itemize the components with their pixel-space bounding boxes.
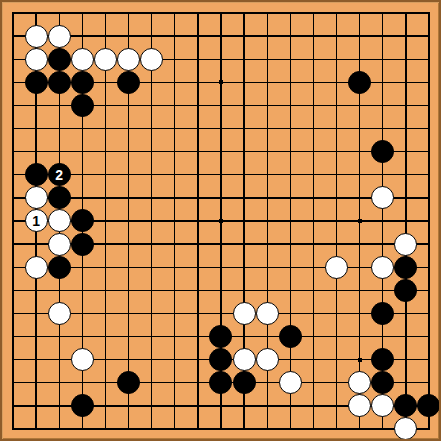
black-stone (394, 256, 417, 279)
white-stone (348, 394, 371, 417)
white-stone (394, 417, 417, 440)
black-stone (117, 71, 140, 94)
star-point (219, 80, 223, 84)
white-stone (25, 256, 48, 279)
white-stone (71, 348, 94, 371)
white-stone (325, 256, 348, 279)
black-stone (209, 325, 232, 348)
black-stone (417, 394, 440, 417)
black-stone (48, 186, 71, 209)
black-stone (348, 71, 371, 94)
black-stone (48, 71, 71, 94)
black-stone (71, 94, 94, 117)
move-number-label: 2 (55, 168, 63, 182)
black-stone (71, 209, 94, 232)
star-point (219, 219, 223, 223)
black-stone (279, 325, 302, 348)
black-stone (71, 394, 94, 417)
white-stone (117, 48, 140, 71)
grid-line-vertical (290, 12, 291, 429)
black-stone (25, 163, 48, 186)
grid-line-vertical (428, 12, 429, 429)
white-stone (48, 233, 71, 256)
white-stone (48, 302, 71, 325)
white-stone (371, 394, 394, 417)
white-stone (371, 186, 394, 209)
black-stone (394, 279, 417, 302)
black-stone (371, 140, 394, 163)
grid-line-horizontal (12, 313, 429, 314)
black-stone (233, 371, 256, 394)
white-stone (140, 48, 163, 71)
star-point (358, 219, 362, 223)
black-stone (117, 371, 140, 394)
white-stone (25, 25, 48, 48)
white-stone (394, 233, 417, 256)
black-stone (71, 71, 94, 94)
white-stone (371, 256, 394, 279)
white-stone (279, 371, 302, 394)
black-stone (394, 394, 417, 417)
black-stone (371, 348, 394, 371)
grid-line-horizontal (12, 290, 429, 291)
white-stone (48, 25, 71, 48)
white-stone (94, 48, 117, 71)
black-stone (209, 371, 232, 394)
black-stone (71, 233, 94, 256)
white-stone (71, 48, 94, 71)
grid-line-horizontal (12, 267, 429, 268)
black-stone (371, 302, 394, 325)
white-stone (256, 302, 279, 325)
grid-line-vertical (405, 12, 406, 429)
white-stone (48, 209, 71, 232)
black-stone: 2 (48, 163, 71, 186)
white-stone (256, 348, 279, 371)
black-stone (48, 256, 71, 279)
grid-line-vertical (313, 12, 314, 429)
grid-line-horizontal (12, 428, 429, 429)
white-stone (233, 302, 256, 325)
white-stone (25, 48, 48, 71)
grid-line-vertical (336, 12, 337, 429)
black-stone (371, 371, 394, 394)
white-stone: 1 (25, 209, 48, 232)
white-stone (348, 371, 371, 394)
star-point (358, 358, 362, 362)
go-board[interactable]: 21 (0, 0, 441, 441)
white-stone (25, 186, 48, 209)
move-number-label: 1 (32, 214, 40, 228)
black-stone (48, 48, 71, 71)
white-stone (233, 348, 256, 371)
black-stone (209, 348, 232, 371)
black-stone (25, 71, 48, 94)
